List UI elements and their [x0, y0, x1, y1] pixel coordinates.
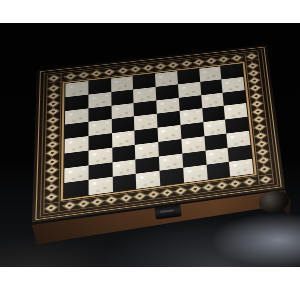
inlay-medallion-icon [46, 175, 59, 183]
inlay-medallion-icon [248, 70, 259, 77]
board-square [136, 171, 160, 189]
inlay-medallion-icon [46, 166, 59, 174]
photo-backdrop [0, 23, 300, 267]
inlay-medallion-icon [243, 178, 255, 186]
inlay-medallion-icon [45, 204, 58, 212]
inlay-medallion-icon [252, 100, 264, 107]
inlay-medallion-icon [48, 100, 60, 107]
board-square [229, 159, 253, 177]
inlay-medallion-icon [63, 201, 76, 209]
board-square [88, 177, 112, 195]
inlay-medallion-icon [251, 92, 263, 99]
inlay-medallion-icon [77, 200, 90, 208]
bottom-white-bar [0, 267, 300, 300]
inlay-medallion-icon [181, 60, 192, 67]
board-square [183, 165, 207, 183]
inlay-medallion-icon [48, 75, 60, 82]
inlay-medallion-icon [48, 84, 60, 91]
inlay-medallion-icon [249, 77, 260, 84]
inlay-medallion-icon [254, 124, 266, 131]
inlay-medallion-icon [91, 70, 103, 77]
inlay-band-corner [258, 174, 274, 186]
inlay-medallion-icon [206, 57, 217, 64]
inlay-medallion-icon [47, 141, 60, 149]
inlay-medallion-icon [46, 158, 59, 166]
inlay-band-corner [244, 51, 259, 61]
inlay-medallion-icon [253, 116, 265, 123]
inlay-medallion-icon [175, 187, 187, 195]
inlay-medallion-icon [229, 180, 241, 188]
inlay-medallion-icon [189, 185, 201, 193]
inlay-medallion-icon [252, 108, 264, 115]
inlay-medallion-icon [256, 140, 268, 147]
inlay-border-band-left [43, 81, 61, 204]
inlay-medallion-icon [255, 132, 267, 139]
inlay-medallion-icon [218, 56, 229, 63]
inlay-medallion-icon [47, 108, 59, 115]
inlay-medallion-icon [65, 73, 77, 80]
inlay-medallion-icon [258, 156, 270, 164]
inlay-medallion-icon [250, 85, 261, 92]
inlay-medallion-icon [105, 196, 118, 204]
inlay-medallion-icon [147, 190, 160, 198]
inlay-medallion-icon [46, 149, 59, 157]
inlay-medallion-icon [91, 198, 104, 206]
inlay-medallion-icon [257, 148, 269, 156]
inlay-medallion-icon [168, 62, 180, 69]
inlay-medallion-icon [104, 69, 116, 76]
inlay-medallion-icon [231, 55, 242, 62]
inlay-medallion-icon [47, 132, 59, 140]
inlay-medallion-icon [78, 71, 90, 78]
inlay-medallion-icon [142, 64, 154, 71]
inlay-medallion-icon [216, 181, 228, 189]
product-photo-page [0, 0, 300, 300]
inlay-medallion-icon [117, 67, 129, 74]
inlay-medallion-icon [260, 176, 272, 184]
inlay-band-corner [47, 73, 62, 83]
inlay-medallion-icon [246, 53, 257, 60]
board-square [112, 174, 136, 192]
board-square [160, 168, 184, 186]
inlay-medallion-icon [202, 183, 214, 191]
inlay-medallion-icon [47, 116, 59, 123]
inlay-medallion-icon [45, 184, 58, 192]
board-square [64, 180, 88, 198]
inlay-medallion-icon [247, 62, 258, 69]
inlay-medallion-icon [193, 59, 204, 66]
inlay-medallion-icon [47, 124, 59, 131]
inlay-medallion-icon [133, 192, 146, 200]
inlay-medallion-icon [119, 194, 132, 202]
inlay-medallion-icon [259, 165, 271, 173]
inlay-medallion-icon [161, 189, 174, 197]
inlay-medallion-icon [130, 66, 142, 73]
inlay-medallion-icon [45, 192, 58, 200]
inlay-medallion-icon [155, 63, 167, 70]
inlay-band-corner [43, 202, 59, 214]
inlay-medallion-icon [48, 92, 60, 99]
board-square [206, 162, 230, 180]
top-white-bar [0, 0, 300, 23]
